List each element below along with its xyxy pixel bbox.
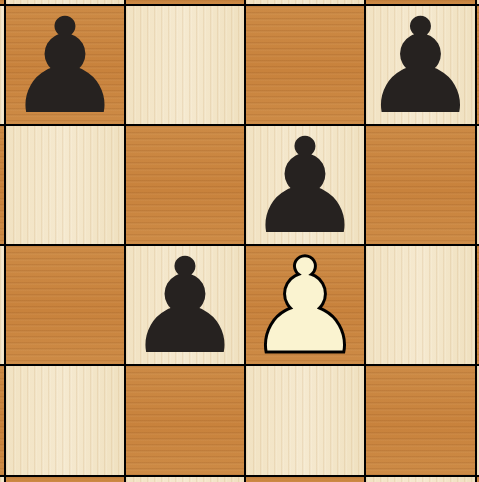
- board-edge-sliver: [366, 0, 475, 4]
- board-edge-sliver: [246, 0, 364, 4]
- square-r4-c1[interactable]: [6, 366, 124, 475]
- board-edge-sliver: [246, 477, 364, 482]
- square-r2-c4[interactable]: [366, 126, 475, 244]
- black-pawn[interactable]: ♟: [246, 127, 364, 244]
- square-r2-c2[interactable]: [126, 126, 244, 244]
- square-r1-c4[interactable]: ♟: [366, 6, 475, 124]
- board-edge-sliver: [0, 126, 4, 244]
- square-r3-c1[interactable]: [6, 246, 124, 364]
- board-edge-sliver: [126, 477, 244, 482]
- square-r3-c2[interactable]: ♟: [126, 246, 244, 364]
- square-r4-c3[interactable]: [246, 366, 364, 475]
- chessboard-viewport: ♟♟♟♟♟: [0, 0, 479, 482]
- black-pawn[interactable]: ♟: [126, 247, 244, 364]
- board-edge-sliver: [126, 0, 244, 4]
- board-edge-sliver: [0, 0, 4, 4]
- board-edge-sliver: [0, 6, 4, 124]
- white-pawn[interactable]: ♟: [246, 247, 364, 364]
- black-pawn[interactable]: ♟: [6, 7, 124, 124]
- square-r4-c4[interactable]: [366, 366, 475, 475]
- square-r1-c2[interactable]: [126, 6, 244, 124]
- board-edge-sliver: [0, 246, 4, 364]
- square-r4-c2[interactable]: [126, 366, 244, 475]
- chessboard: ♟♟♟♟♟: [0, 0, 479, 482]
- square-r1-c1[interactable]: ♟: [6, 6, 124, 124]
- square-r1-c3[interactable]: [246, 6, 364, 124]
- square-r2-c3[interactable]: ♟: [246, 126, 364, 244]
- board-edge-sliver: [6, 0, 124, 4]
- board-edge-sliver: [6, 477, 124, 482]
- square-r3-c3[interactable]: ♟: [246, 246, 364, 364]
- square-r3-c4[interactable]: [366, 246, 475, 364]
- board-edge-sliver: [0, 366, 4, 475]
- black-pawn[interactable]: ♟: [366, 7, 475, 124]
- board-edge-sliver: [0, 477, 4, 482]
- square-r2-c1[interactable]: [6, 126, 124, 244]
- board-edge-sliver: [366, 477, 475, 482]
